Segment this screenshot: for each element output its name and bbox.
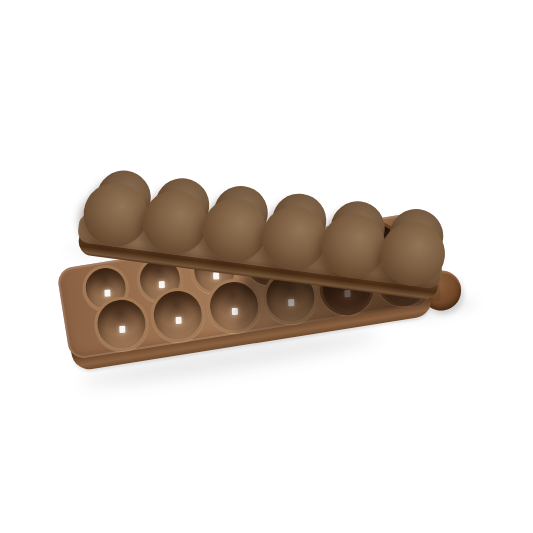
product-photo-canvas (0, 0, 533, 533)
